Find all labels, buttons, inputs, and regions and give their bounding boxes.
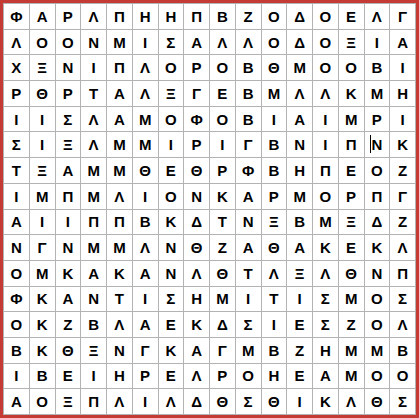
grid-cell[interactable]: Λ <box>339 389 364 414</box>
grid-cell[interactable]: Ν <box>365 132 390 157</box>
grid-cell[interactable]: Γ <box>133 338 158 363</box>
grid-cell[interactable]: Μ <box>236 338 261 363</box>
grid-cell[interactable]: Π <box>107 4 132 29</box>
grid-cell[interactable]: Ζ <box>390 158 415 183</box>
grid-cell[interactable]: Ρ <box>365 107 390 132</box>
cell-letter: Ι <box>401 60 405 75</box>
grid-cell[interactable]: Λ <box>159 389 184 414</box>
grid-cell[interactable]: Ε <box>159 312 184 337</box>
grid-cell[interactable]: Π <box>107 55 132 80</box>
grid-cell[interactable]: Ν <box>81 30 106 55</box>
grid-cell[interactable]: Ξ <box>339 30 364 55</box>
grid-cell[interactable]: Ζ <box>287 338 312 363</box>
grid-cell[interactable]: Ι <box>365 30 390 55</box>
grid-cell[interactable]: Ι <box>262 312 287 337</box>
grid-cell[interactable]: Ο <box>313 55 338 80</box>
grid-cell[interactable]: Ο <box>210 55 235 80</box>
grid-cell[interactable]: Φ <box>4 287 29 312</box>
grid-cell[interactable]: Κ <box>313 235 338 260</box>
grid-cell[interactable]: Δ <box>184 210 209 235</box>
grid-cell[interactable]: Ι <box>390 107 415 132</box>
grid-cell[interactable]: Ξ <box>339 210 364 235</box>
grid-cell[interactable]: Σ <box>236 389 261 414</box>
cell-letter: Β <box>37 368 48 383</box>
grid-cell[interactable]: Ζ <box>56 312 81 337</box>
grid-cell[interactable]: Ο <box>313 184 338 209</box>
cell-letter: Α <box>294 240 305 255</box>
grid-cell[interactable]: Μ <box>81 158 106 183</box>
grid-cell[interactable]: Β <box>262 338 287 363</box>
grid-cell[interactable]: Ζ <box>210 235 235 260</box>
grid-cell[interactable]: Ε <box>159 158 184 183</box>
grid-cell[interactable]: Ζ <box>339 312 364 337</box>
grid-cell[interactable]: Λ <box>81 132 106 157</box>
grid-cell[interactable]: Ο <box>339 55 364 80</box>
grid-cell[interactable]: Λ <box>81 107 106 132</box>
grid-cell[interactable]: Μ <box>81 235 106 260</box>
grid-cell[interactable]: Θ <box>210 389 235 414</box>
grid-cell[interactable]: Η <box>390 81 415 106</box>
cell-letter: Δ <box>294 35 305 50</box>
grid-cell[interactable]: Η <box>287 158 312 183</box>
grid-cell[interactable]: Ξ <box>287 261 312 286</box>
grid-cell[interactable]: Ι <box>30 132 55 157</box>
cell-letter: Ν <box>243 214 254 229</box>
grid-cell[interactable]: Θ <box>262 55 287 80</box>
grid-cell[interactable]: Μ <box>287 55 312 80</box>
grid-cell[interactable]: Μ <box>81 184 106 209</box>
grid-cell[interactable]: Γ <box>236 132 261 157</box>
grid-cell[interactable]: Ο <box>313 4 338 29</box>
grid-cell[interactable]: Ζ <box>390 210 415 235</box>
grid-cell[interactable]: Μ <box>339 287 364 312</box>
grid-cell[interactable]: Μ <box>313 210 338 235</box>
grid-cell[interactable]: Θ <box>184 235 209 260</box>
grid-cell[interactable]: Α <box>4 389 29 414</box>
grid-cell[interactable]: Α <box>390 30 415 55</box>
grid-cell[interactable]: Ο <box>262 30 287 55</box>
grid-cell[interactable]: Ε <box>159 364 184 389</box>
grid-cell[interactable]: Α <box>313 364 338 389</box>
grid-cell[interactable]: Ι <box>262 107 287 132</box>
grid-cell[interactable]: Α <box>30 4 55 29</box>
grid-cell[interactable]: Α <box>56 287 81 312</box>
grid-cell[interactable]: Λ <box>81 4 106 29</box>
grid-cell[interactable]: Α <box>236 235 261 260</box>
grid-cell[interactable]: Β <box>81 312 106 337</box>
grid-cell[interactable]: Γ <box>210 338 235 363</box>
cell-letter: Φ <box>10 291 22 306</box>
grid-cell[interactable]: Ο <box>262 4 287 29</box>
grid-cell[interactable]: Ρ <box>56 4 81 29</box>
grid-cell[interactable]: Δ <box>287 30 312 55</box>
cell-letter: Ι <box>92 60 96 75</box>
cell-letter: Κ <box>37 317 48 332</box>
grid-cell[interactable]: Σ <box>313 312 338 337</box>
grid-cell[interactable]: Σ <box>390 389 415 414</box>
cell-letter: Ζ <box>347 317 356 332</box>
grid-cell[interactable]: Ρ <box>184 55 209 80</box>
grid-cell[interactable]: Λ <box>313 81 338 106</box>
grid-cell[interactable]: Θ <box>262 235 287 260</box>
grid-cell[interactable]: Τ <box>107 287 132 312</box>
grid-cell[interactable]: Ο <box>390 364 415 389</box>
cell-letter: Α <box>320 368 331 383</box>
grid-cell[interactable]: Α <box>107 81 132 106</box>
grid-cell[interactable]: Ρ <box>133 364 158 389</box>
grid-cell[interactable]: Ο <box>236 364 261 389</box>
grid-cell[interactable]: Ο <box>365 364 390 389</box>
grid-cell[interactable]: Σ <box>159 287 184 312</box>
word-search-grid: ΦΑΡΛΠΗΗΠΒΖΟΔΟΕΛΓΛΟΟΝΜΙΣΑΛΛΟΔΟΞΙΑΧΞΝΙΠΛΟΡ… <box>3 3 416 415</box>
grid-cell[interactable]: Η <box>313 338 338 363</box>
cell-letter: Λ <box>166 394 176 409</box>
grid-cell[interactable]: Μ <box>365 81 390 106</box>
grid-cell[interactable]: Α <box>56 158 81 183</box>
grid-cell[interactable]: Ι <box>210 132 235 157</box>
grid-cell[interactable]: Π <box>56 184 81 209</box>
grid-cell[interactable]: Ε <box>287 364 312 389</box>
grid-cell[interactable]: Λ <box>184 364 209 389</box>
grid-cell[interactable]: Λ <box>262 261 287 286</box>
grid-cell[interactable]: Χ <box>4 55 29 80</box>
grid-cell[interactable]: Ο <box>365 312 390 337</box>
cell-letter: Μ <box>139 112 152 127</box>
grid-cell[interactable]: Β <box>236 81 261 106</box>
cell-letter: Λ <box>243 35 253 50</box>
grid-cell[interactable]: Ν <box>4 235 29 260</box>
grid-cell[interactable]: Τ <box>262 287 287 312</box>
grid-cell[interactable]: Μ <box>339 107 364 132</box>
grid-cell[interactable]: Δ <box>287 4 312 29</box>
cell-letter: Μ <box>345 368 358 383</box>
grid-cell[interactable]: Θ <box>365 389 390 414</box>
grid-cell[interactable]: Ο <box>313 30 338 55</box>
grid-cell[interactable]: Ι <box>159 132 184 157</box>
grid-cell[interactable]: Π <box>390 261 415 286</box>
grid-cell[interactable]: Μ <box>30 261 55 286</box>
grid-cell[interactable]: Ρ <box>210 364 235 389</box>
cell-letter: Ρ <box>140 368 150 383</box>
cell-letter: Β <box>243 86 254 101</box>
grid-cell[interactable]: Τ <box>210 210 235 235</box>
grid-cell[interactable]: Λ <box>107 389 132 414</box>
grid-cell[interactable]: Γ <box>390 4 415 29</box>
grid-cell[interactable]: Ι <box>4 107 29 132</box>
grid-cell[interactable]: Κ <box>30 287 55 312</box>
grid-cell[interactable]: Ξ <box>56 132 81 157</box>
grid-cell[interactable]: Β <box>133 210 158 235</box>
grid-cell[interactable]: Ν <box>365 261 390 286</box>
grid-cell[interactable]: Β <box>30 364 55 389</box>
grid-cell[interactable]: Κ <box>30 338 55 363</box>
grid-cell[interactable]: Ι <box>390 55 415 80</box>
cell-letter: Σ <box>166 35 175 50</box>
grid-cell[interactable]: Ι <box>4 364 29 389</box>
cell-letter: Κ <box>191 317 202 332</box>
grid-cell[interactable]: Ρ <box>210 158 235 183</box>
grid-cell[interactable]: Μ <box>262 81 287 106</box>
grid-cell[interactable]: Ο <box>365 158 390 183</box>
cell-letter: Ι <box>375 35 379 50</box>
grid-cell[interactable]: Δ <box>210 312 235 337</box>
grid-cell[interactable]: Ο <box>365 287 390 312</box>
grid-cell[interactable]: Π <box>365 184 390 209</box>
grid-cell[interactable]: Ι <box>4 184 29 209</box>
grid-cell[interactable]: Π <box>313 158 338 183</box>
grid-cell[interactable]: Ι <box>313 132 338 157</box>
grid-cell[interactable]: Ξ <box>262 210 287 235</box>
cell-letter: Ε <box>166 317 176 332</box>
grid-cell[interactable]: Σ <box>390 287 415 312</box>
grid-cell[interactable]: Μ <box>287 184 312 209</box>
grid-cell[interactable]: Π <box>107 210 132 235</box>
grid-cell[interactable]: Ν <box>56 55 81 80</box>
grid-cell[interactable]: Σ <box>4 132 29 157</box>
cell-letter: Μ <box>293 189 306 204</box>
grid-cell[interactable]: Λ <box>390 312 415 337</box>
grid-cell[interactable]: Ο <box>30 30 55 55</box>
grid-cell[interactable]: Ε <box>339 158 364 183</box>
grid-cell[interactable]: Α <box>287 235 312 260</box>
grid-cell[interactable]: Η <box>184 287 209 312</box>
grid-cell[interactable]: Ρ <box>4 81 29 106</box>
grid-cell[interactable]: Λ <box>133 55 158 80</box>
cell-letter: Π <box>320 163 331 178</box>
grid-cell[interactable]: Ξ <box>81 338 106 363</box>
cell-letter: Ρ <box>192 137 202 152</box>
grid-cell[interactable]: Β <box>236 55 261 80</box>
grid-cell[interactable]: Β <box>236 107 261 132</box>
grid-cell[interactable]: Τ <box>236 261 261 286</box>
cell-letter: Ρ <box>217 368 227 383</box>
grid-cell[interactable]: Ε <box>339 4 364 29</box>
grid-cell[interactable]: Ο <box>159 55 184 80</box>
grid-cell[interactable]: Δ <box>184 389 209 414</box>
grid-cell[interactable]: Α <box>107 107 132 132</box>
grid-cell[interactable]: Λ <box>4 30 29 55</box>
grid-cell[interactable]: Μ <box>107 132 132 157</box>
cell-letter: Ρ <box>346 189 356 204</box>
grid-cell[interactable]: Π <box>81 210 106 235</box>
grid-cell[interactable]: Θ <box>262 389 287 414</box>
grid-cell[interactable]: Α <box>236 184 261 209</box>
grid-cell[interactable]: Π <box>339 132 364 157</box>
grid-cell[interactable]: Α <box>4 210 29 235</box>
grid-cell[interactable]: Ι <box>313 107 338 132</box>
cell-letter: Κ <box>114 266 125 281</box>
grid-cell[interactable]: Κ <box>390 132 415 157</box>
grid-cell[interactable]: Ι <box>81 55 106 80</box>
grid-cell[interactable]: Ι <box>236 287 261 312</box>
grid-cell[interactable]: Κ <box>313 389 338 414</box>
grid-cell[interactable]: Β <box>287 210 312 235</box>
grid-cell[interactable]: Λ <box>390 235 415 260</box>
grid-cell[interactable]: Κ <box>365 235 390 260</box>
cell-letter: Κ <box>37 343 48 358</box>
grid-cell[interactable]: Ε <box>56 364 81 389</box>
grid-cell[interactable]: Ρ <box>339 184 364 209</box>
grid-cell[interactable]: Σ <box>56 107 81 132</box>
grid-cell[interactable]: Ο <box>4 312 29 337</box>
grid-cell[interactable]: Ο <box>159 107 184 132</box>
grid-cell[interactable]: Α <box>133 312 158 337</box>
grid-cell[interactable]: Ν <box>236 210 261 235</box>
grid-cell[interactable]: Ο <box>210 107 235 132</box>
grid-cell[interactable]: Θ <box>30 81 55 106</box>
grid-cell[interactable]: Κ <box>56 261 81 286</box>
cell-letter: Ζ <box>398 214 407 229</box>
grid-cell[interactable]: Σ <box>159 30 184 55</box>
grid-cell[interactable]: Ξ <box>30 158 55 183</box>
grid-cell[interactable]: Ι <box>133 30 158 55</box>
cell-letter: Ο <box>320 9 332 24</box>
grid-cell[interactable]: Φ <box>236 158 261 183</box>
grid-cell[interactable]: Ρ <box>56 81 81 106</box>
grid-cell[interactable]: Κ <box>159 210 184 235</box>
grid-cell[interactable]: Ξ <box>30 55 55 80</box>
grid-cell[interactable]: Θ <box>210 261 235 286</box>
grid-cell[interactable]: Θ <box>133 158 158 183</box>
grid-cell[interactable]: Ν <box>159 261 184 286</box>
grid-cell[interactable]: Η <box>107 364 132 389</box>
grid-cell[interactable]: Γ <box>390 184 415 209</box>
grid-cell[interactable]: Ι <box>287 287 312 312</box>
grid-cell[interactable]: Α <box>81 261 106 286</box>
grid-cell[interactable]: Α <box>184 30 209 55</box>
grid-cell[interactable]: Μ <box>107 158 132 183</box>
grid-cell[interactable]: Ε <box>287 312 312 337</box>
cell-letter: Λ <box>192 368 202 383</box>
grid-cell[interactable]: Μ <box>365 338 390 363</box>
grid-cell[interactable]: Λ <box>107 184 132 209</box>
grid-cell[interactable]: Λ <box>287 81 312 106</box>
cell-letter: Α <box>397 35 408 50</box>
grid-cell[interactable]: Ρ <box>184 132 209 157</box>
grid-cell[interactable]: Ο <box>4 261 29 286</box>
grid-cell[interactable]: Ε <box>339 235 364 260</box>
grid-cell[interactable]: Β <box>365 55 390 80</box>
cell-letter: Α <box>114 86 125 101</box>
grid-cell[interactable]: Ν <box>287 132 312 157</box>
cell-letter: Α <box>88 266 99 281</box>
grid-cell[interactable]: Β <box>262 132 287 157</box>
grid-cell[interactable]: Ν <box>184 184 209 209</box>
cell-letter: Ν <box>371 137 382 152</box>
grid-cell[interactable]: Τ <box>4 158 29 183</box>
cell-letter: Π <box>114 214 125 229</box>
grid-cell[interactable]: Π <box>81 389 106 414</box>
grid-cell[interactable]: Η <box>133 4 158 29</box>
grid-cell[interactable]: Μ <box>210 287 235 312</box>
grid-cell[interactable]: Ο <box>30 389 55 414</box>
cell-letter: Λ <box>295 86 305 101</box>
grid-cell[interactable]: Φ <box>184 107 209 132</box>
grid-cell[interactable]: Λ <box>107 312 132 337</box>
grid-cell[interactable]: Λ <box>133 81 158 106</box>
grid-cell[interactable]: Α <box>184 338 209 363</box>
grid-cell[interactable]: Ε <box>210 81 235 106</box>
cell-letter: Ε <box>166 368 176 383</box>
grid-cell[interactable]: Ι <box>30 210 55 235</box>
grid-cell[interactable]: Ν <box>159 235 184 260</box>
cell-letter: Μ <box>139 137 152 152</box>
grid-cell[interactable]: Ι <box>133 287 158 312</box>
grid-cell[interactable]: Σ <box>313 287 338 312</box>
grid-cell[interactable]: Κ <box>30 312 55 337</box>
cell-letter: Γ <box>244 137 253 152</box>
grid-cell[interactable]: Α <box>133 261 158 286</box>
grid-cell[interactable]: Κ <box>339 81 364 106</box>
grid-cell[interactable]: Γ <box>30 235 55 260</box>
grid-cell[interactable]: Μ <box>107 30 132 55</box>
grid-cell[interactable]: Β <box>262 158 287 183</box>
grid-cell[interactable]: Δ <box>365 210 390 235</box>
grid-cell[interactable]: Φ <box>4 4 29 29</box>
grid-cell[interactable]: Ο <box>56 30 81 55</box>
grid-cell[interactable]: Μ <box>133 132 158 157</box>
grid-cell[interactable]: Ν <box>56 235 81 260</box>
cell-letter: Θ <box>268 60 280 75</box>
grid-cell[interactable]: Ν <box>107 338 132 363</box>
grid-cell[interactable]: Ι <box>287 389 312 414</box>
grid-cell[interactable]: Κ <box>210 184 235 209</box>
grid-cell[interactable]: Μ <box>133 107 158 132</box>
grid-cell[interactable]: Κ <box>159 338 184 363</box>
grid-cell[interactable]: Β <box>4 338 29 363</box>
grid-cell[interactable]: Ζ <box>236 4 261 29</box>
cell-letter: Α <box>140 266 151 281</box>
grid-cell[interactable]: Λ <box>236 30 261 55</box>
grid-cell[interactable]: Κ <box>184 312 209 337</box>
grid-cell[interactable]: Ξ <box>159 81 184 106</box>
grid-cell[interactable]: Ι <box>133 184 158 209</box>
grid-cell[interactable]: Ν <box>81 287 106 312</box>
grid-cell[interactable]: Μ <box>107 235 132 260</box>
grid-cell[interactable]: Β <box>210 4 235 29</box>
grid-cell[interactable]: Μ <box>339 364 364 389</box>
grid-cell[interactable]: Ρ <box>262 184 287 209</box>
grid-cell[interactable]: Η <box>262 364 287 389</box>
grid-cell[interactable]: Μ <box>339 338 364 363</box>
grid-cell[interactable]: Λ <box>133 235 158 260</box>
grid-cell[interactable]: Τ <box>81 81 106 106</box>
cell-letter: Χ <box>11 60 21 75</box>
grid-cell[interactable]: Β <box>390 338 415 363</box>
cell-letter: Ι <box>298 291 302 306</box>
grid-cell[interactable]: Ι <box>30 107 55 132</box>
grid-cell[interactable]: Κ <box>107 261 132 286</box>
grid-cell[interactable]: Θ <box>56 338 81 363</box>
grid-cell[interactable]: Ο <box>159 184 184 209</box>
grid-cell[interactable]: Γ <box>184 81 209 106</box>
grid-cell[interactable]: Ι <box>56 210 81 235</box>
grid-cell[interactable]: Η <box>159 4 184 29</box>
grid-cell[interactable]: Λ <box>210 30 235 55</box>
grid-cell[interactable]: Ι <box>81 364 106 389</box>
grid-cell[interactable]: Σ <box>236 312 261 337</box>
grid-cell[interactable]: Λ <box>365 4 390 29</box>
grid-cell[interactable]: Θ <box>339 261 364 286</box>
grid-cell[interactable]: Λ <box>184 261 209 286</box>
grid-cell[interactable]: Θ <box>184 158 209 183</box>
grid-cell[interactable]: Α <box>287 107 312 132</box>
grid-cell[interactable]: Μ <box>30 184 55 209</box>
grid-cell[interactable]: Ξ <box>56 389 81 414</box>
grid-cell[interactable]: Λ <box>313 261 338 286</box>
grid-cell[interactable]: Ι <box>133 389 158 414</box>
grid-cell[interactable]: Π <box>184 4 209 29</box>
